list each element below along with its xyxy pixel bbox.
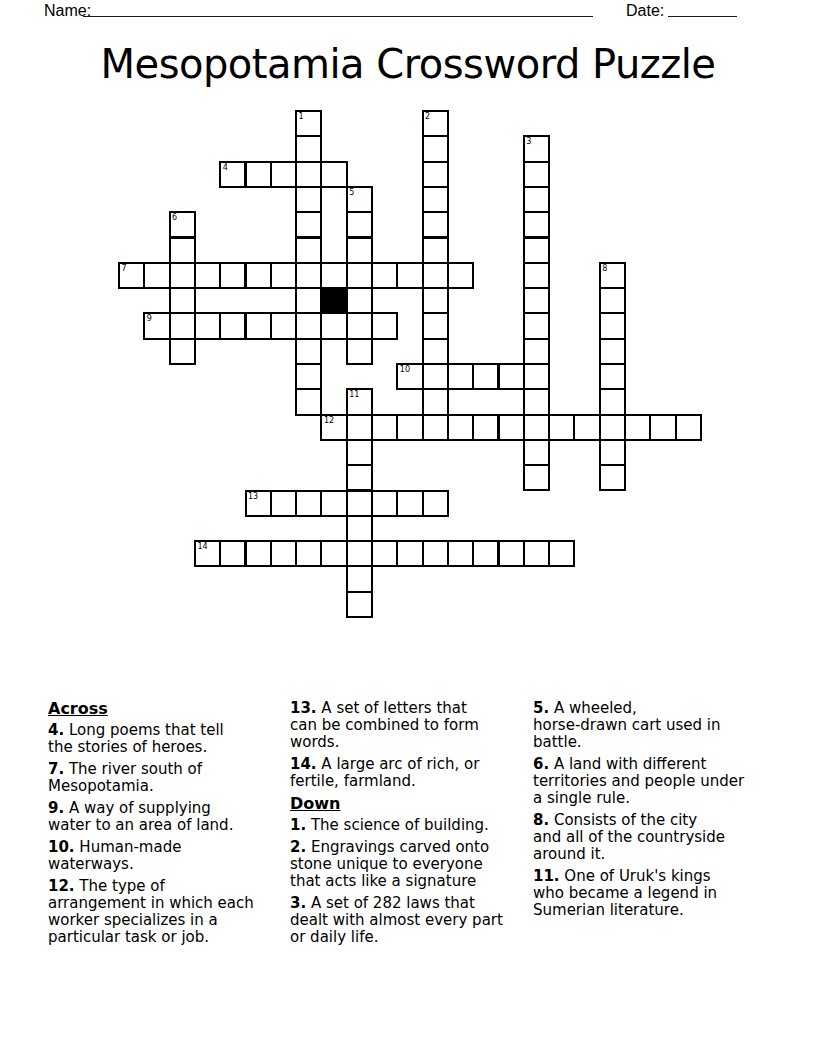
- grid-cell-r6c5[interactable]: [245, 262, 272, 289]
- black-cell: [320, 287, 347, 314]
- grid-cell-r13c16[interactable]: [523, 439, 550, 466]
- across-clue-12: 12. The type of arrangement in which eac…: [48, 878, 270, 946]
- grid-cell-r8c9[interactable]: [346, 312, 373, 339]
- grid-cell-r2c8[interactable]: [320, 161, 347, 188]
- grid-cell-r8c3[interactable]: [194, 312, 221, 339]
- grid-cell-r8c2[interactable]: [169, 312, 196, 339]
- grid-cell-r4c2[interactable]: 6: [169, 211, 196, 238]
- grid-cell-r1c7[interactable]: [295, 135, 322, 162]
- cell-number: 2: [425, 112, 430, 121]
- grid-cell-r16c9[interactable]: [346, 515, 373, 542]
- down-clue-8: 8. Consists of the city and all of the c…: [533, 812, 775, 863]
- grid-cell-r17c12[interactable]: [422, 540, 449, 567]
- grid-cell-r6c7[interactable]: [295, 262, 322, 289]
- grid-cell-r6c0[interactable]: 7: [118, 262, 145, 289]
- grid-cell-r15c11[interactable]: [396, 490, 423, 517]
- grid-cell-r9c2[interactable]: [169, 338, 196, 365]
- down-clue-6: 6. A land with different territories and…: [533, 756, 775, 807]
- cell-number: 10: [400, 365, 410, 374]
- grid-cell-r6c13[interactable]: [447, 262, 474, 289]
- clue-number: 2.: [290, 838, 306, 856]
- grid-cell-r6c3[interactable]: [194, 262, 221, 289]
- grid-cell-r17c8[interactable]: [320, 540, 347, 567]
- down-clue-3: 3. A set of 282 laws that dealt with alm…: [290, 895, 526, 946]
- grid-cell-r6c6[interactable]: [270, 262, 297, 289]
- grid-cell-r6c4[interactable]: [219, 262, 246, 289]
- grid-cell-r17c6[interactable]: [270, 540, 297, 567]
- grid-cell-r12c10[interactable]: [371, 414, 398, 441]
- cell-number: 5: [349, 188, 354, 197]
- grid-cell-r15c5[interactable]: 13: [245, 490, 272, 517]
- clue-number: 9.: [48, 799, 64, 817]
- clue-number: 14.: [290, 755, 317, 773]
- grid-cell-r0c7[interactable]: 1: [295, 110, 322, 137]
- puzzle-title: Mesopotamia Crossword Puzzle: [0, 41, 816, 87]
- grid-cell-r5c12[interactable]: [422, 237, 449, 264]
- grid-cell-r7c7[interactable]: [295, 287, 322, 314]
- cell-number: 9: [147, 314, 152, 323]
- grid-cell-r8c7[interactable]: [295, 312, 322, 339]
- cell-number: 3: [526, 137, 531, 146]
- clue-number: 4.: [48, 721, 64, 739]
- grid-cell-r15c7[interactable]: [295, 490, 322, 517]
- grid-cell-r2c4[interactable]: 4: [219, 161, 246, 188]
- cell-number: 7: [122, 264, 127, 273]
- clue-number: 8.: [533, 811, 549, 829]
- grid-cell-r17c13[interactable]: [447, 540, 474, 567]
- grid-cell-r4c12[interactable]: [422, 211, 449, 238]
- grid-cell-r7c9[interactable]: [346, 287, 373, 314]
- across-clue-10: 10. Human-made waterways.: [48, 839, 270, 873]
- grid-cell-r10c19[interactable]: [599, 363, 626, 390]
- grid-cell-r2c6[interactable]: [270, 161, 297, 188]
- grid-cell-r14c19[interactable]: [599, 464, 626, 491]
- grid-cell-r2c12[interactable]: [422, 161, 449, 188]
- grid-cell-r14c16[interactable]: [523, 464, 550, 491]
- grid-cell-r1c12[interactable]: [422, 135, 449, 162]
- grid-cell-r6c8[interactable]: [320, 262, 347, 289]
- grid-cell-r11c19[interactable]: [599, 388, 626, 415]
- grid-cell-r10c15[interactable]: [498, 363, 525, 390]
- grid-cell-r19c9[interactable]: [346, 591, 373, 618]
- grid-cell-r10c13[interactable]: [447, 363, 474, 390]
- grid-cell-r7c12[interactable]: [422, 287, 449, 314]
- clue-number: 7.: [48, 760, 64, 778]
- grid-cell-r17c15[interactable]: [498, 540, 525, 567]
- cell-number: 1: [299, 112, 304, 121]
- grid-cell-r10c14[interactable]: [472, 363, 499, 390]
- grid-cell-r11c12[interactable]: [422, 388, 449, 415]
- grid-cell-r4c16[interactable]: [523, 211, 550, 238]
- grid-cell-r8c16[interactable]: [523, 312, 550, 339]
- worksheet-page: { "game": "crossword", "header": { "name…: [0, 0, 816, 1056]
- grid-cell-r6c2[interactable]: [169, 262, 196, 289]
- grid-cell-r12c19[interactable]: [599, 414, 626, 441]
- grid-cell-r8c4[interactable]: [219, 312, 246, 339]
- clue-number: 10.: [48, 838, 75, 856]
- clues-section: Across4. Long poems that tell the storie…: [0, 700, 816, 1000]
- grid-cell-r12c16[interactable]: [523, 414, 550, 441]
- grid-cell-r15c10[interactable]: [371, 490, 398, 517]
- grid-cell-r7c16[interactable]: [523, 287, 550, 314]
- grid-cell-r6c9[interactable]: [346, 262, 373, 289]
- cell-number: 6: [172, 213, 177, 222]
- grid-cell-r5c9[interactable]: [346, 237, 373, 264]
- grid-cell-r15c6[interactable]: [270, 490, 297, 517]
- grid-cell-r6c10[interactable]: [371, 262, 398, 289]
- grid-cell-r6c12[interactable]: [422, 262, 449, 289]
- grid-cell-r3c12[interactable]: [422, 186, 449, 213]
- grid-cell-r10c11[interactable]: 10: [396, 363, 423, 390]
- clue-number: 1.: [290, 816, 306, 834]
- date-blank-line: [668, 3, 737, 17]
- clue-column: Across4. Long poems that tell the storie…: [48, 700, 270, 951]
- grid-cell-r9c12[interactable]: [422, 338, 449, 365]
- grid-cell-r8c8[interactable]: [320, 312, 347, 339]
- cell-number: 13: [248, 492, 258, 501]
- grid-cell-r17c17[interactable]: [548, 540, 575, 567]
- grid-cell-r8c1[interactable]: 9: [143, 312, 170, 339]
- grid-cell-r14c9[interactable]: [346, 464, 373, 491]
- cell-number: 4: [223, 163, 228, 172]
- grid-cell-r2c5[interactable]: [245, 161, 272, 188]
- grid-cell-r6c19[interactable]: 8: [599, 262, 626, 289]
- grid-cell-r8c6[interactable]: [270, 312, 297, 339]
- clue-number: 3.: [290, 894, 306, 912]
- grid-cell-r17c7[interactable]: [295, 540, 322, 567]
- grid-cell-r17c3[interactable]: 14: [194, 540, 221, 567]
- grid-cell-r11c9[interactable]: 11: [346, 388, 373, 415]
- grid-cell-r12c12[interactable]: [422, 414, 449, 441]
- clue-number: 6.: [533, 755, 549, 773]
- grid-cell-r13c9[interactable]: [346, 439, 373, 466]
- grid-cell-r18c9[interactable]: [346, 565, 373, 592]
- grid-cell-r12c20[interactable]: [624, 414, 651, 441]
- grid-cell-r2c7[interactable]: [295, 161, 322, 188]
- grid-cell-r3c9[interactable]: 5: [346, 186, 373, 213]
- grid-cell-r2c16[interactable]: [523, 161, 550, 188]
- grid-cell-r12c9[interactable]: [346, 414, 373, 441]
- grid-cell-r8c12[interactable]: [422, 312, 449, 339]
- grid-cell-r4c9[interactable]: [346, 211, 373, 238]
- grid-cell-r9c19[interactable]: [599, 338, 626, 365]
- grid-cell-r10c12[interactable]: [422, 363, 449, 390]
- grid-cell-r9c9[interactable]: [346, 338, 373, 365]
- crossword-grid: 1234567891011121314: [118, 110, 702, 618]
- grid-cell-r8c19[interactable]: [599, 312, 626, 339]
- across-clue-9: 9. A way of supplying water to an area o…: [48, 800, 270, 834]
- clue-column: 13. A set of letters that can be combine…: [290, 700, 526, 951]
- grid-cell-r7c19[interactable]: [599, 287, 626, 314]
- grid-cell-r15c9[interactable]: [346, 490, 373, 517]
- grid-cell-r10c7[interactable]: [295, 363, 322, 390]
- grid-cell-r17c9[interactable]: [346, 540, 373, 567]
- name-blank-line: [83, 3, 593, 17]
- grid-cell-r11c16[interactable]: [523, 388, 550, 415]
- grid-cell-r15c12[interactable]: [422, 490, 449, 517]
- grid-cell-r12c14[interactable]: [472, 414, 499, 441]
- down-clue-1: 1. The science of building.: [290, 817, 526, 834]
- grid-cell-r9c16[interactable]: [523, 338, 550, 365]
- grid-cell-r12c18[interactable]: [573, 414, 600, 441]
- grid-cell-r17c11[interactable]: [396, 540, 423, 567]
- grid-cell-r17c16[interactable]: [523, 540, 550, 567]
- clue-number: 12.: [48, 877, 75, 895]
- grid-cell-r10c16[interactable]: [523, 363, 550, 390]
- grid-cell-r6c16[interactable]: [523, 262, 550, 289]
- clue-column: 5. A wheeled, horse-drawn cart used in b…: [533, 700, 775, 924]
- grid-cell-r0c12[interactable]: 2: [422, 110, 449, 137]
- cell-number: 8: [602, 264, 607, 273]
- grid-cell-r13c19[interactable]: [599, 439, 626, 466]
- grid-cell-r8c10[interactable]: [371, 312, 398, 339]
- grid-cell-r12c13[interactable]: [447, 414, 474, 441]
- clue-number: 5.: [533, 699, 549, 717]
- cell-number: 12: [324, 416, 334, 425]
- grid-cell-r17c10[interactable]: [371, 540, 398, 567]
- date-label: Date:: [626, 2, 664, 20]
- grid-cell-r5c2[interactable]: [169, 237, 196, 264]
- grid-cell-r1c16[interactable]: 3: [523, 135, 550, 162]
- grid-cell-r5c16[interactable]: [523, 237, 550, 264]
- clue-number: 13.: [290, 699, 317, 717]
- grid-cell-r17c14[interactable]: [472, 540, 499, 567]
- grid-cell-r6c1[interactable]: [143, 262, 170, 289]
- across-heading: Across: [48, 700, 270, 718]
- grid-cell-r12c11[interactable]: [396, 414, 423, 441]
- grid-cell-r12c15[interactable]: [498, 414, 525, 441]
- clue-number: 11.: [533, 867, 560, 885]
- grid-cell-r12c17[interactable]: [548, 414, 575, 441]
- across-clue-4: 4. Long poems that tell the stories of h…: [48, 722, 270, 756]
- down-heading: Down: [290, 795, 526, 813]
- cell-number: 14: [197, 542, 207, 551]
- grid-cell-r6c11[interactable]: [396, 262, 423, 289]
- grid-cell-r15c8[interactable]: [320, 490, 347, 517]
- across-clue-13: 13. A set of letters that can be combine…: [290, 700, 526, 751]
- grid-cell-r3c7[interactable]: [295, 186, 322, 213]
- grid-cell-r17c5[interactable]: [245, 540, 272, 567]
- down-clue-5: 5. A wheeled, horse-drawn cart used in b…: [533, 700, 775, 751]
- grid-cell-r12c22[interactable]: [675, 414, 702, 441]
- across-clue-7: 7. The river south of Mesopotamia.: [48, 761, 270, 795]
- grid-cell-r17c4[interactable]: [219, 540, 246, 567]
- grid-cell-r4c7[interactable]: [295, 211, 322, 238]
- grid-cell-r3c16[interactable]: [523, 186, 550, 213]
- grid-cell-r11c7[interactable]: [295, 388, 322, 415]
- grid-cell-r5c7[interactable]: [295, 237, 322, 264]
- grid-cell-r9c7[interactable]: [295, 338, 322, 365]
- cell-number: 11: [349, 390, 359, 399]
- grid-cell-r8c5[interactable]: [245, 312, 272, 339]
- down-clue-11: 11. One of Uruk's kings who became a leg…: [533, 868, 775, 919]
- grid-cell-r12c21[interactable]: [649, 414, 676, 441]
- grid-cell-r12c8[interactable]: 12: [320, 414, 347, 441]
- across-clue-14: 14. A large arc of rich, or fertile, far…: [290, 756, 526, 790]
- down-clue-2: 2. Engravings carved onto stone unique t…: [290, 839, 526, 890]
- grid-cell-r7c2[interactable]: [169, 287, 196, 314]
